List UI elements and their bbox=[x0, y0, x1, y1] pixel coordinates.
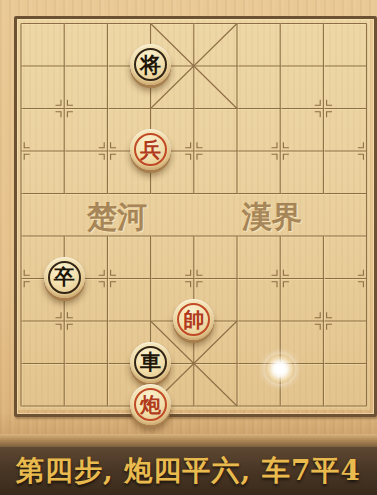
piece-character: 帥 bbox=[173, 299, 214, 340]
move-caption: 第四步, 炮四平六, 车7平4 bbox=[16, 452, 361, 490]
piece-red-general[interactable]: 帥 bbox=[173, 299, 214, 340]
piece-black-chariot[interactable]: 車 bbox=[130, 342, 171, 383]
board-front-edge bbox=[0, 434, 377, 447]
piece-character: 車 bbox=[130, 342, 171, 383]
piece-character: 兵 bbox=[130, 129, 171, 170]
river-label-chu-he: 楚河 bbox=[87, 197, 161, 237]
piece-red-cannon[interactable]: 炮 bbox=[130, 384, 171, 425]
move-origin-highlight bbox=[265, 354, 295, 384]
piece-black-soldier[interactable]: 卒 bbox=[44, 257, 85, 298]
piece-black-general[interactable]: 将 bbox=[130, 44, 171, 85]
board-grid-lines bbox=[0, 0, 377, 447]
piece-red-soldier[interactable]: 兵 bbox=[130, 129, 171, 170]
piece-character: 卒 bbox=[44, 257, 85, 298]
river-label-han-jie: 漢界 bbox=[242, 197, 318, 237]
piece-character: 炮 bbox=[130, 384, 171, 425]
piece-character: 将 bbox=[130, 44, 171, 85]
xiangqi-app: 楚河 漢界 将兵卒帥車炮 第四步, 炮四平六, 车7平4 bbox=[0, 0, 377, 495]
caption-band: 第四步, 炮四平六, 车7平4 bbox=[0, 447, 377, 495]
